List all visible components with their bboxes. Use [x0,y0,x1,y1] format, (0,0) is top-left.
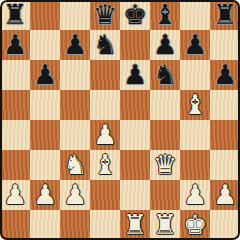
square-a2[interactable]: ♟ [0,180,30,210]
square-h2[interactable]: ♟ [210,180,240,210]
piece-black-pawn[interactable]: ♟ [183,31,207,58]
square-g5[interactable]: ♝ [180,90,210,120]
square-b2[interactable]: ♟ [30,180,60,210]
piece-white-pawn[interactable]: ♟ [183,181,207,208]
piece-white-pawn[interactable]: ♟ [213,181,237,208]
square-g4[interactable] [180,120,210,150]
square-f8[interactable]: ♝ [150,0,180,30]
square-d3[interactable]: ♝ [90,150,120,180]
square-h6[interactable]: ♟ [210,60,240,90]
square-b8[interactable] [30,0,60,30]
square-d6[interactable] [90,60,120,90]
square-b5[interactable] [30,90,60,120]
square-d1[interactable] [90,210,120,240]
square-e3[interactable] [120,150,150,180]
square-g2[interactable]: ♟ [180,180,210,210]
square-h5[interactable] [210,90,240,120]
square-e8[interactable]: ♚ [120,0,150,30]
square-c5[interactable] [60,90,90,120]
piece-black-pawn[interactable]: ♟ [123,61,147,88]
square-c6[interactable] [60,60,90,90]
square-f7[interactable]: ♟ [150,30,180,60]
square-a4[interactable] [0,120,30,150]
square-g6[interactable] [180,60,210,90]
square-c2[interactable]: ♟ [60,180,90,210]
piece-black-pawn[interactable]: ♟ [33,61,57,88]
square-g7[interactable]: ♟ [180,30,210,60]
piece-black-pawn[interactable]: ♟ [63,31,87,58]
chess-board: ♜♛♚♝♜♟♟♞♟♟♟♟♞♟♝♟♞♝♛♟♟♟♟♟♜♜♚ [0,0,240,240]
piece-white-rook[interactable]: ♜ [153,211,177,238]
square-b6[interactable]: ♟ [30,60,60,90]
square-e1[interactable]: ♜ [120,210,150,240]
square-a5[interactable] [0,90,30,120]
square-c3[interactable]: ♞ [60,150,90,180]
square-a6[interactable] [0,60,30,90]
square-h3[interactable] [210,150,240,180]
piece-white-pawn[interactable]: ♟ [63,181,87,208]
piece-white-pawn[interactable]: ♟ [93,121,117,148]
square-c8[interactable] [60,0,90,30]
square-e7[interactable] [120,30,150,60]
square-d2[interactable] [90,180,120,210]
square-a7[interactable]: ♟ [0,30,30,60]
square-b4[interactable] [30,120,60,150]
square-c1[interactable] [60,210,90,240]
square-d4[interactable]: ♟ [90,120,120,150]
square-f5[interactable] [150,90,180,120]
square-d8[interactable]: ♛ [90,0,120,30]
piece-white-king[interactable]: ♚ [183,211,207,238]
piece-black-rook[interactable]: ♜ [213,1,237,28]
piece-black-pawn[interactable]: ♟ [213,61,237,88]
square-f2[interactable] [150,180,180,210]
square-g3[interactable] [180,150,210,180]
piece-black-pawn[interactable]: ♟ [3,31,27,58]
piece-white-queen[interactable]: ♛ [153,151,177,178]
square-a1[interactable] [0,210,30,240]
piece-black-rook[interactable]: ♜ [3,1,27,28]
square-f3[interactable]: ♛ [150,150,180,180]
square-e6[interactable]: ♟ [120,60,150,90]
piece-white-pawn[interactable]: ♟ [3,181,27,208]
piece-black-knight[interactable]: ♞ [153,61,177,88]
square-h7[interactable] [210,30,240,60]
piece-white-pawn[interactable]: ♟ [33,181,57,208]
square-e5[interactable] [120,90,150,120]
piece-black-queen[interactable]: ♛ [93,1,117,28]
square-e2[interactable] [120,180,150,210]
square-c4[interactable] [60,120,90,150]
square-f1[interactable]: ♜ [150,210,180,240]
square-a3[interactable] [0,150,30,180]
piece-white-bishop[interactable]: ♝ [183,91,207,118]
square-g1[interactable]: ♚ [180,210,210,240]
square-h4[interactable] [210,120,240,150]
square-f6[interactable]: ♞ [150,60,180,90]
square-g8[interactable] [180,0,210,30]
square-d7[interactable]: ♞ [90,30,120,60]
square-f4[interactable] [150,120,180,150]
piece-white-rook[interactable]: ♜ [123,211,147,238]
piece-black-king[interactable]: ♚ [123,1,147,28]
square-h1[interactable] [210,210,240,240]
piece-white-bishop[interactable]: ♝ [93,151,117,178]
piece-black-bishop[interactable]: ♝ [153,1,177,28]
square-d5[interactable] [90,90,120,120]
square-b3[interactable] [30,150,60,180]
square-c7[interactable]: ♟ [60,30,90,60]
square-b1[interactable] [30,210,60,240]
square-h8[interactable]: ♜ [210,0,240,30]
piece-black-pawn[interactable]: ♟ [153,31,177,58]
square-e4[interactable] [120,120,150,150]
square-a8[interactable]: ♜ [0,0,30,30]
piece-black-knight[interactable]: ♞ [93,31,117,58]
square-b7[interactable] [30,30,60,60]
chess-board-frame: ♜♛♚♝♜♟♟♞♟♟♟♟♞♟♝♟♞♝♛♟♟♟♟♟♜♜♚ [0,0,240,240]
piece-white-knight[interactable]: ♞ [63,151,87,178]
